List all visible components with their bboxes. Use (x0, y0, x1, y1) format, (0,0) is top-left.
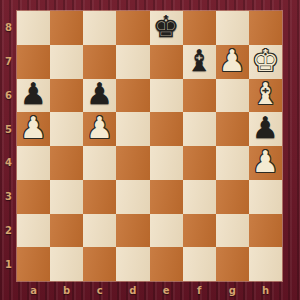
square-b8[interactable] (50, 11, 83, 45)
square-d2[interactable] (116, 214, 149, 248)
piece-black-bishop-f7[interactable]: ♝ (186, 46, 213, 76)
piece-white-pawn-h4[interactable]: ♟ (252, 147, 279, 177)
square-g6[interactable] (216, 79, 249, 113)
file-label-e: e (150, 281, 183, 300)
square-f4[interactable] (183, 146, 216, 180)
square-f6[interactable] (183, 79, 216, 113)
file-label-d: d (116, 281, 149, 300)
square-e5[interactable] (150, 112, 183, 146)
square-h1[interactable] (249, 247, 282, 281)
square-c4[interactable] (83, 146, 116, 180)
square-h8[interactable] (249, 11, 282, 45)
chess-board-frame: 87654321 ♚♝♟♚♟♟♝♟♟♟♟ abcdefgh (0, 0, 300, 300)
square-h4[interactable]: ♟ (249, 146, 282, 180)
file-label-c: c (83, 281, 116, 300)
square-g7[interactable]: ♟ (216, 45, 249, 79)
square-e3[interactable] (150, 180, 183, 214)
square-e6[interactable] (150, 79, 183, 113)
square-f2[interactable] (183, 214, 216, 248)
square-c8[interactable] (83, 11, 116, 45)
square-c3[interactable] (83, 180, 116, 214)
square-b7[interactable] (50, 45, 83, 79)
rank-label-2: 2 (0, 214, 17, 248)
square-d8[interactable] (116, 11, 149, 45)
file-label-b: b (50, 281, 83, 300)
piece-white-pawn-g7[interactable]: ♟ (219, 46, 246, 76)
square-b3[interactable] (50, 180, 83, 214)
piece-black-pawn-h5[interactable]: ♟ (252, 113, 279, 143)
square-g8[interactable] (216, 11, 249, 45)
square-b5[interactable] (50, 112, 83, 146)
square-c1[interactable] (83, 247, 116, 281)
rank-label-8: 8 (0, 11, 17, 45)
square-h3[interactable] (249, 180, 282, 214)
square-g3[interactable] (216, 180, 249, 214)
square-h6[interactable]: ♝ (249, 79, 282, 113)
square-h2[interactable] (249, 214, 282, 248)
square-h7[interactable]: ♚ (249, 45, 282, 79)
square-f7[interactable]: ♝ (183, 45, 216, 79)
square-a3[interactable] (17, 180, 50, 214)
square-a7[interactable] (17, 45, 50, 79)
file-label-f: f (183, 281, 216, 300)
square-g4[interactable] (216, 146, 249, 180)
piece-white-bishop-h6[interactable]: ♝ (252, 79, 279, 109)
file-label-g: g (216, 281, 249, 300)
rank-label-3: 3 (0, 180, 17, 214)
piece-black-king-e8[interactable]: ♚ (153, 12, 180, 42)
chess-board[interactable]: ♚♝♟♚♟♟♝♟♟♟♟ (17, 11, 282, 281)
square-d1[interactable] (116, 247, 149, 281)
square-a4[interactable] (17, 146, 50, 180)
rank-label-6: 6 (0, 79, 17, 113)
square-e2[interactable] (150, 214, 183, 248)
square-e1[interactable] (150, 247, 183, 281)
square-c7[interactable] (83, 45, 116, 79)
square-a1[interactable] (17, 247, 50, 281)
square-b6[interactable] (50, 79, 83, 113)
rank-label-1: 1 (0, 247, 17, 281)
square-e7[interactable] (150, 45, 183, 79)
piece-black-pawn-c6[interactable]: ♟ (86, 79, 113, 109)
piece-white-king-h7[interactable]: ♚ (252, 46, 279, 76)
piece-white-pawn-c5[interactable]: ♟ (86, 113, 113, 143)
square-a5[interactable]: ♟ (17, 112, 50, 146)
piece-black-pawn-a6[interactable]: ♟ (20, 79, 47, 109)
square-a2[interactable] (17, 214, 50, 248)
square-b4[interactable] (50, 146, 83, 180)
square-g1[interactable] (216, 247, 249, 281)
square-b1[interactable] (50, 247, 83, 281)
square-a8[interactable] (17, 11, 50, 45)
square-f1[interactable] (183, 247, 216, 281)
piece-white-pawn-a5[interactable]: ♟ (20, 113, 47, 143)
square-g2[interactable] (216, 214, 249, 248)
file-labels: abcdefgh (17, 281, 282, 300)
rank-label-7: 7 (0, 45, 17, 79)
square-f8[interactable] (183, 11, 216, 45)
square-e4[interactable] (150, 146, 183, 180)
square-g5[interactable] (216, 112, 249, 146)
square-b2[interactable] (50, 214, 83, 248)
square-d6[interactable] (116, 79, 149, 113)
rank-labels: 87654321 (0, 11, 17, 281)
square-c2[interactable] (83, 214, 116, 248)
square-d5[interactable] (116, 112, 149, 146)
square-c5[interactable]: ♟ (83, 112, 116, 146)
square-f3[interactable] (183, 180, 216, 214)
square-d7[interactable] (116, 45, 149, 79)
file-label-h: h (249, 281, 282, 300)
rank-label-4: 4 (0, 146, 17, 180)
square-d3[interactable] (116, 180, 149, 214)
square-a6[interactable]: ♟ (17, 79, 50, 113)
square-c6[interactable]: ♟ (83, 79, 116, 113)
file-label-a: a (17, 281, 50, 300)
square-h5[interactable]: ♟ (249, 112, 282, 146)
square-d4[interactable] (116, 146, 149, 180)
rank-label-5: 5 (0, 112, 17, 146)
square-e8[interactable]: ♚ (150, 11, 183, 45)
square-f5[interactable] (183, 112, 216, 146)
